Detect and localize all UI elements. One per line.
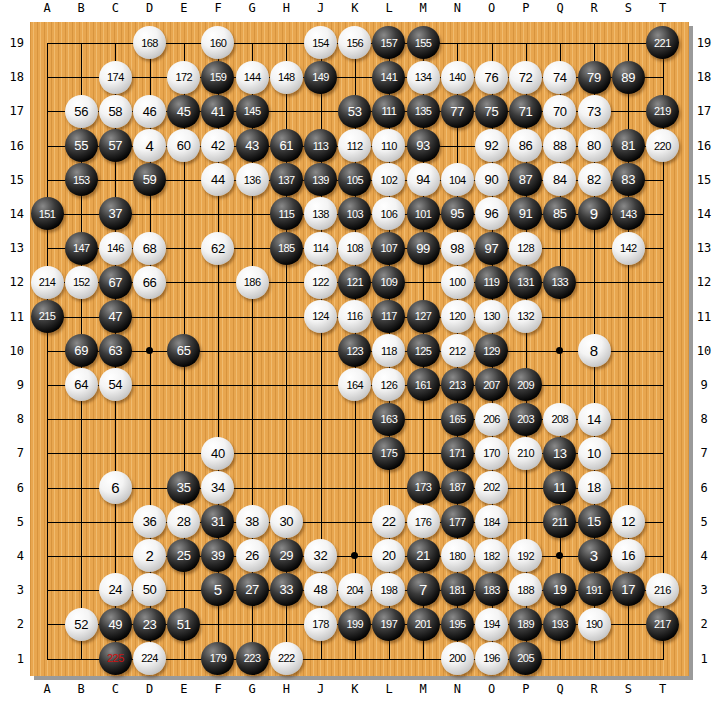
stone-F5[interactable]: 31 xyxy=(201,505,234,538)
stone-O18[interactable]: 76 xyxy=(475,61,508,94)
stone-C18[interactable]: 174 xyxy=(99,61,132,94)
stone-N13[interactable]: 98 xyxy=(441,232,474,265)
stone-E16[interactable]: 60 xyxy=(167,129,200,162)
stone-N7[interactable]: 171 xyxy=(441,437,474,470)
stone-D2[interactable]: 23 xyxy=(133,608,166,641)
move-number: 144 xyxy=(244,71,261,83)
stone-J16[interactable]: 113 xyxy=(304,129,337,162)
stone-P11[interactable]: 132 xyxy=(509,300,542,333)
stone-H14[interactable]: 115 xyxy=(270,197,303,230)
stone-L18[interactable]: 141 xyxy=(372,61,405,94)
stone-N17[interactable]: 77 xyxy=(441,95,474,128)
stone-J14[interactable]: 138 xyxy=(304,197,337,230)
move-number: 32 xyxy=(314,548,328,563)
stone-D1[interactable]: 224 xyxy=(133,642,166,675)
stone-C17[interactable]: 58 xyxy=(99,95,132,128)
stone-R2[interactable]: 190 xyxy=(578,608,611,641)
row-label-16: 16 xyxy=(2,139,24,153)
move-number: 42 xyxy=(211,138,225,153)
move-number: 21 xyxy=(416,548,430,563)
stone-B16[interactable]: 55 xyxy=(65,129,98,162)
stone-H5[interactable]: 30 xyxy=(270,505,303,538)
stone-G16[interactable]: 43 xyxy=(236,129,269,162)
stone-T16[interactable]: 220 xyxy=(646,129,679,162)
stone-N3[interactable]: 181 xyxy=(441,573,474,606)
stone-N8[interactable]: 165 xyxy=(441,403,474,436)
stone-E5[interactable]: 28 xyxy=(167,505,200,538)
col-label-D: D xyxy=(139,682,161,696)
stone-Q16[interactable]: 88 xyxy=(543,129,576,162)
move-number: 54 xyxy=(108,377,122,392)
stone-O14[interactable]: 96 xyxy=(475,197,508,230)
move-number: 187 xyxy=(449,481,466,493)
stone-Q15[interactable]: 84 xyxy=(543,163,576,196)
stone-L7[interactable]: 175 xyxy=(372,437,405,470)
move-number: 129 xyxy=(483,345,500,357)
stone-B12[interactable]: 152 xyxy=(65,266,98,299)
move-number: 140 xyxy=(449,71,466,83)
col-label-M: M xyxy=(412,682,434,696)
stone-R15[interactable]: 82 xyxy=(578,163,611,196)
stone-M15[interactable]: 94 xyxy=(407,163,440,196)
stone-Q17[interactable]: 70 xyxy=(543,95,576,128)
stone-C13[interactable]: 146 xyxy=(99,232,132,265)
stone-L2[interactable]: 197 xyxy=(372,608,405,641)
stone-R17[interactable]: 73 xyxy=(578,95,611,128)
stone-N9[interactable]: 213 xyxy=(441,368,474,401)
stone-M17[interactable]: 135 xyxy=(407,95,440,128)
stone-R7[interactable]: 10 xyxy=(578,437,611,470)
stone-R18[interactable]: 79 xyxy=(578,61,611,94)
row-label-11: 11 xyxy=(2,310,24,324)
move-number: 202 xyxy=(483,481,500,493)
move-number: 149 xyxy=(312,71,329,83)
move-number: 26 xyxy=(245,548,259,563)
stone-R5[interactable]: 15 xyxy=(578,505,611,538)
move-number: 219 xyxy=(654,105,671,117)
move-number: 4 xyxy=(145,137,153,154)
stone-M16[interactable]: 93 xyxy=(407,129,440,162)
stone-C12[interactable]: 67 xyxy=(99,266,132,299)
stone-K17[interactable]: 53 xyxy=(338,95,371,128)
stone-P1[interactable]: 205 xyxy=(509,642,542,675)
move-number: 141 xyxy=(381,71,398,83)
stone-D3[interactable]: 50 xyxy=(133,573,166,606)
move-number: 209 xyxy=(517,379,534,391)
stone-D4[interactable]: 2 xyxy=(133,539,166,572)
move-number: 111 xyxy=(381,105,396,117)
stone-R14[interactable]: 9 xyxy=(578,197,611,230)
stone-H15[interactable]: 137 xyxy=(270,163,303,196)
move-number: 31 xyxy=(211,514,225,529)
stone-D17[interactable]: 46 xyxy=(133,95,166,128)
stone-M4[interactable]: 21 xyxy=(407,539,440,572)
stone-D15[interactable]: 59 xyxy=(133,163,166,196)
stone-L3[interactable]: 198 xyxy=(372,573,405,606)
stone-S5[interactable]: 12 xyxy=(612,505,645,538)
stone-N15[interactable]: 104 xyxy=(441,163,474,196)
move-number: 201 xyxy=(415,618,432,630)
col-label-T: T xyxy=(652,682,674,696)
stone-L4[interactable]: 20 xyxy=(372,539,405,572)
stone-L17[interactable]: 111 xyxy=(372,95,405,128)
stone-F7[interactable]: 40 xyxy=(201,437,234,470)
move-number: 92 xyxy=(485,138,499,153)
stone-O11[interactable]: 130 xyxy=(475,300,508,333)
stone-K12[interactable]: 121 xyxy=(338,266,371,299)
col-label-O: O xyxy=(481,682,503,696)
stone-J4[interactable]: 32 xyxy=(304,539,337,572)
stone-S14[interactable]: 143 xyxy=(612,197,645,230)
stone-O4[interactable]: 182 xyxy=(475,539,508,572)
move-number: 22 xyxy=(382,514,396,529)
stone-R3[interactable]: 191 xyxy=(578,573,611,606)
stone-J18[interactable]: 149 xyxy=(304,61,337,94)
stone-L14[interactable]: 106 xyxy=(372,197,405,230)
stone-M14[interactable]: 101 xyxy=(407,197,440,230)
stone-O8[interactable]: 206 xyxy=(475,403,508,436)
move-number: 210 xyxy=(517,447,534,459)
row-label-17: 17 xyxy=(2,104,24,118)
stone-N18[interactable]: 140 xyxy=(441,61,474,94)
stone-L9[interactable]: 126 xyxy=(372,368,405,401)
stone-D5[interactable]: 36 xyxy=(133,505,166,538)
stone-E4[interactable]: 25 xyxy=(167,539,200,572)
stone-H16[interactable]: 61 xyxy=(270,129,303,162)
stone-L16[interactable]: 110 xyxy=(372,129,405,162)
stone-H18[interactable]: 148 xyxy=(270,61,303,94)
stone-H3[interactable]: 33 xyxy=(270,573,303,606)
stone-L5[interactable]: 22 xyxy=(372,505,405,538)
move-number: 115 xyxy=(278,208,294,220)
stone-S3[interactable]: 17 xyxy=(612,573,645,606)
stone-O16[interactable]: 92 xyxy=(475,129,508,162)
stone-R10[interactable]: 8 xyxy=(578,334,611,367)
stone-F3[interactable]: 5 xyxy=(201,573,234,606)
stone-O1[interactable]: 196 xyxy=(475,642,508,675)
stone-G1[interactable]: 223 xyxy=(236,642,269,675)
stone-G12[interactable]: 186 xyxy=(236,266,269,299)
stone-N1[interactable]: 200 xyxy=(441,642,474,675)
stone-G5[interactable]: 38 xyxy=(236,505,269,538)
stone-B2[interactable]: 52 xyxy=(65,608,98,641)
stone-R8[interactable]: 14 xyxy=(578,403,611,436)
move-number: 65 xyxy=(177,343,191,358)
col-label-A: A xyxy=(36,682,58,696)
stone-L12[interactable]: 109 xyxy=(372,266,405,299)
stone-K19[interactable]: 156 xyxy=(338,26,371,59)
move-number: 96 xyxy=(485,206,499,221)
stone-N6[interactable]: 187 xyxy=(441,471,474,504)
stone-J3[interactable]: 48 xyxy=(304,573,337,606)
stone-P7[interactable]: 210 xyxy=(509,437,542,470)
stone-M2[interactable]: 201 xyxy=(407,608,440,641)
stone-E18[interactable]: 172 xyxy=(167,61,200,94)
stone-P2[interactable]: 189 xyxy=(509,608,542,641)
move-number: 130 xyxy=(483,310,500,322)
stone-C14[interactable]: 37 xyxy=(99,197,132,230)
move-number: 59 xyxy=(143,172,157,187)
stone-P12[interactable]: 131 xyxy=(509,266,542,299)
stone-O2[interactable]: 194 xyxy=(475,608,508,641)
move-number: 157 xyxy=(381,37,398,49)
move-number: 80 xyxy=(587,138,601,153)
stone-N14[interactable]: 95 xyxy=(441,197,474,230)
stone-F16[interactable]: 42 xyxy=(201,129,234,162)
stone-P17[interactable]: 71 xyxy=(509,95,542,128)
stone-D19[interactable]: 168 xyxy=(133,26,166,59)
stone-N4[interactable]: 180 xyxy=(441,539,474,572)
stone-J19[interactable]: 154 xyxy=(304,26,337,59)
stone-K13[interactable]: 108 xyxy=(338,232,371,265)
stone-P14[interactable]: 91 xyxy=(509,197,542,230)
stone-H1[interactable]: 222 xyxy=(270,642,303,675)
stone-D13[interactable]: 68 xyxy=(133,232,166,265)
stone-S4[interactable]: 16 xyxy=(612,539,645,572)
row-label-6: 6 xyxy=(2,481,24,495)
stone-J11[interactable]: 124 xyxy=(304,300,337,333)
stone-K10[interactable]: 123 xyxy=(338,334,371,367)
stone-M9[interactable]: 161 xyxy=(407,368,440,401)
move-number: 2 xyxy=(145,547,153,564)
stone-P4[interactable]: 192 xyxy=(509,539,542,572)
stone-G4[interactable]: 26 xyxy=(236,539,269,572)
stone-F19[interactable]: 160 xyxy=(201,26,234,59)
move-number: 176 xyxy=(415,516,432,528)
stone-O15[interactable]: 90 xyxy=(475,163,508,196)
move-number: 118 xyxy=(381,345,397,357)
stone-M6[interactable]: 173 xyxy=(407,471,440,504)
stone-R4[interactable]: 3 xyxy=(578,539,611,572)
move-number: 71 xyxy=(519,104,533,119)
move-number: 183 xyxy=(483,584,500,596)
stone-J15[interactable]: 139 xyxy=(304,163,337,196)
stone-Q6[interactable]: 11 xyxy=(543,471,576,504)
stone-H4[interactable]: 29 xyxy=(270,539,303,572)
stone-Q8[interactable]: 208 xyxy=(543,403,576,436)
move-number: 217 xyxy=(654,618,671,630)
move-number: 52 xyxy=(74,617,88,632)
move-number: 196 xyxy=(483,652,500,664)
stone-N2[interactable]: 195 xyxy=(441,608,474,641)
move-number: 15 xyxy=(587,514,601,529)
row-label-1: 1 xyxy=(2,652,24,666)
stone-L15[interactable]: 102 xyxy=(372,163,405,196)
stone-G3[interactable]: 27 xyxy=(236,573,269,606)
stone-L8[interactable]: 163 xyxy=(372,403,405,436)
stone-A14[interactable]: 151 xyxy=(31,197,64,230)
stone-N10[interactable]: 212 xyxy=(441,334,474,367)
stone-M3[interactable]: 7 xyxy=(407,573,440,606)
stone-B13[interactable]: 147 xyxy=(65,232,98,265)
col-label-T: T xyxy=(652,1,674,15)
stone-C3[interactable]: 24 xyxy=(99,573,132,606)
stone-O6[interactable]: 202 xyxy=(475,471,508,504)
stone-H13[interactable]: 185 xyxy=(270,232,303,265)
col-label-F: F xyxy=(207,682,229,696)
stone-C2[interactable]: 49 xyxy=(99,608,132,641)
stone-N11[interactable]: 120 xyxy=(441,300,474,333)
stone-K15[interactable]: 105 xyxy=(338,163,371,196)
stone-K16[interactable]: 112 xyxy=(338,129,371,162)
stone-M18[interactable]: 134 xyxy=(407,61,440,94)
stone-E10[interactable]: 65 xyxy=(167,334,200,367)
stone-Q3[interactable]: 19 xyxy=(543,573,576,606)
stone-L13[interactable]: 107 xyxy=(372,232,405,265)
stone-P18[interactable]: 72 xyxy=(509,61,542,94)
move-number: 159 xyxy=(210,71,227,83)
move-number: 35 xyxy=(177,480,191,495)
move-number: 173 xyxy=(415,481,432,493)
stone-A12[interactable]: 214 xyxy=(31,266,64,299)
move-number: 97 xyxy=(485,241,499,256)
stone-O3[interactable]: 183 xyxy=(475,573,508,606)
stone-R16[interactable]: 80 xyxy=(578,129,611,162)
stone-O17[interactable]: 75 xyxy=(475,95,508,128)
stone-M13[interactable]: 99 xyxy=(407,232,440,265)
stone-L11[interactable]: 117 xyxy=(372,300,405,333)
stone-Q7[interactable]: 13 xyxy=(543,437,576,470)
move-number: 6 xyxy=(111,479,119,496)
stone-B17[interactable]: 56 xyxy=(65,95,98,128)
stone-B9[interactable]: 64 xyxy=(65,368,98,401)
row-label-4: 4 xyxy=(2,549,24,563)
stone-F18[interactable]: 159 xyxy=(201,61,234,94)
stone-C10[interactable]: 63 xyxy=(99,334,132,367)
stone-T17[interactable]: 219 xyxy=(646,95,679,128)
stone-F13[interactable]: 62 xyxy=(201,232,234,265)
stone-Q14[interactable]: 85 xyxy=(543,197,576,230)
board[interactable]: 1681601541561571552211741721591441481491… xyxy=(30,22,689,676)
stone-C1[interactable]: 225 xyxy=(99,642,132,675)
stone-E17[interactable]: 45 xyxy=(167,95,200,128)
stone-C16[interactable]: 57 xyxy=(99,129,132,162)
move-number: 25 xyxy=(177,548,191,563)
col-label-S: S xyxy=(617,682,639,696)
stone-G18[interactable]: 144 xyxy=(236,61,269,94)
move-number: 208 xyxy=(552,413,569,425)
col-label-A: A xyxy=(36,1,58,15)
row-label-8: 8 xyxy=(693,412,715,426)
stone-P3[interactable]: 188 xyxy=(509,573,542,606)
stone-E6[interactable]: 35 xyxy=(167,471,200,504)
stone-L19[interactable]: 157 xyxy=(372,26,405,59)
stone-Q18[interactable]: 74 xyxy=(543,61,576,94)
stone-K11[interactable]: 116 xyxy=(338,300,371,333)
col-label-D: D xyxy=(139,1,161,15)
stone-O13[interactable]: 97 xyxy=(475,232,508,265)
move-number: 216 xyxy=(654,584,671,596)
stone-D12[interactable]: 66 xyxy=(133,266,166,299)
stone-O7[interactable]: 170 xyxy=(475,437,508,470)
stone-P9[interactable]: 209 xyxy=(509,368,542,401)
stone-M19[interactable]: 155 xyxy=(407,26,440,59)
move-number: 223 xyxy=(244,652,261,664)
stone-Q12[interactable]: 133 xyxy=(543,266,576,299)
move-number: 73 xyxy=(587,104,601,119)
stone-O10[interactable]: 129 xyxy=(475,334,508,367)
stone-S13[interactable]: 142 xyxy=(612,232,645,265)
move-number: 194 xyxy=(483,618,500,630)
move-number: 98 xyxy=(450,241,464,256)
stone-O5[interactable]: 184 xyxy=(475,505,508,538)
stone-B15[interactable]: 153 xyxy=(65,163,98,196)
stone-J13[interactable]: 114 xyxy=(304,232,337,265)
move-number: 146 xyxy=(107,242,124,254)
row-label-19: 19 xyxy=(693,36,715,50)
stone-F1[interactable]: 179 xyxy=(201,642,234,675)
stone-T3[interactable]: 216 xyxy=(646,573,679,606)
stone-D16[interactable]: 4 xyxy=(133,129,166,162)
move-number: 13 xyxy=(553,446,567,461)
move-number: 135 xyxy=(415,105,432,117)
stone-R6[interactable]: 18 xyxy=(578,471,611,504)
stone-S16[interactable]: 81 xyxy=(612,129,645,162)
stone-O12[interactable]: 119 xyxy=(475,266,508,299)
stone-Q2[interactable]: 193 xyxy=(543,608,576,641)
stone-Q5[interactable]: 211 xyxy=(543,505,576,538)
move-number: 14 xyxy=(587,412,601,427)
stone-N5[interactable]: 177 xyxy=(441,505,474,538)
stone-K3[interactable]: 204 xyxy=(338,573,371,606)
stone-C11[interactable]: 47 xyxy=(99,300,132,333)
stone-M5[interactable]: 176 xyxy=(407,505,440,538)
stone-O9[interactable]: 207 xyxy=(475,368,508,401)
stone-B10[interactable]: 69 xyxy=(65,334,98,367)
stone-P15[interactable]: 87 xyxy=(509,163,542,196)
stone-M11[interactable]: 127 xyxy=(407,300,440,333)
stone-F6[interactable]: 34 xyxy=(201,471,234,504)
move-number: 45 xyxy=(177,104,191,119)
stone-A11[interactable]: 215 xyxy=(31,300,64,333)
stone-P16[interactable]: 86 xyxy=(509,129,542,162)
move-number: 49 xyxy=(108,617,122,632)
stone-J12[interactable]: 122 xyxy=(304,266,337,299)
stone-E2[interactable]: 51 xyxy=(167,608,200,641)
stone-J2[interactable]: 178 xyxy=(304,608,337,641)
stone-F4[interactable]: 39 xyxy=(201,539,234,572)
stone-K14[interactable]: 103 xyxy=(338,197,371,230)
stone-T2[interactable]: 217 xyxy=(646,608,679,641)
stone-P13[interactable]: 128 xyxy=(509,232,542,265)
col-label-N: N xyxy=(446,1,468,15)
stone-S18[interactable]: 89 xyxy=(612,61,645,94)
col-label-S: S xyxy=(617,1,639,15)
move-number: 109 xyxy=(381,276,398,288)
row-label-11: 11 xyxy=(693,310,715,324)
stone-N12[interactable]: 100 xyxy=(441,266,474,299)
stone-T19[interactable]: 221 xyxy=(646,26,679,59)
col-label-H: H xyxy=(275,1,297,15)
stone-F15[interactable]: 44 xyxy=(201,163,234,196)
stone-S15[interactable]: 83 xyxy=(612,163,645,196)
stone-M10[interactable]: 125 xyxy=(407,334,440,367)
stone-C9[interactable]: 54 xyxy=(99,368,132,401)
stone-G15[interactable]: 136 xyxy=(236,163,269,196)
move-number: 68 xyxy=(143,241,157,256)
col-label-B: B xyxy=(70,1,92,15)
stone-K2[interactable]: 199 xyxy=(338,608,371,641)
move-number: 191 xyxy=(586,584,603,596)
move-number: 75 xyxy=(485,104,499,119)
stone-P8[interactable]: 203 xyxy=(509,403,542,436)
stone-G17[interactable]: 145 xyxy=(236,95,269,128)
stone-K9[interactable]: 164 xyxy=(338,368,371,401)
stone-C6[interactable]: 6 xyxy=(99,471,132,504)
stone-L10[interactable]: 118 xyxy=(372,334,405,367)
col-label-B: B xyxy=(70,682,92,696)
stone-F17[interactable]: 41 xyxy=(201,95,234,128)
